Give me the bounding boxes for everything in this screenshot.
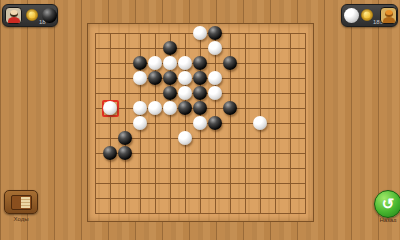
black-stone — [193, 71, 207, 85]
white-stone — [208, 86, 222, 100]
white-stone — [163, 56, 177, 70]
white-stone — [148, 56, 162, 70]
coin-icon — [361, 9, 373, 21]
black-stone — [103, 146, 117, 160]
black-stone — [133, 56, 147, 70]
avatar-body — [383, 17, 395, 24]
white-stone — [208, 71, 222, 85]
white-stone — [178, 86, 192, 100]
white-stone — [133, 116, 147, 130]
black-stone — [223, 101, 237, 115]
black-stone — [148, 71, 162, 85]
book-icon — [11, 195, 32, 210]
white-stone — [253, 116, 267, 130]
coin-icon — [26, 9, 38, 21]
undo-arrow-icon: ↺ — [382, 195, 395, 212]
player-white-avatar[interactable] — [380, 7, 397, 24]
game-board[interactable] — [95, 33, 306, 214]
black-stone-icon — [42, 8, 57, 23]
white-stone — [178, 131, 192, 145]
player-white-bar: 189 — [341, 4, 398, 27]
white-stone — [103, 101, 117, 115]
white-stone — [193, 26, 207, 40]
white-stone — [148, 101, 162, 115]
undo-button-label: Назад — [368, 217, 400, 222]
player-black-bar: 18 — [2, 4, 58, 27]
board-panel — [87, 23, 314, 222]
black-stone — [178, 101, 192, 115]
black-stone — [208, 116, 222, 130]
black-stone — [193, 56, 207, 70]
moves-button-label: Ходы — [4, 216, 38, 222]
moves-button[interactable] — [4, 190, 38, 214]
white-stone — [178, 56, 192, 70]
white-stone — [133, 71, 147, 85]
white-stone — [133, 101, 147, 115]
white-stone — [193, 116, 207, 130]
black-stone — [163, 41, 177, 55]
black-stone — [163, 71, 177, 85]
avatar-head — [10, 10, 18, 17]
player-black-avatar[interactable] — [5, 7, 22, 24]
black-stone — [223, 56, 237, 70]
black-stone — [118, 131, 132, 145]
white-stone-icon — [344, 8, 359, 23]
white-stone — [163, 101, 177, 115]
white-stone — [208, 41, 222, 55]
black-stone — [193, 86, 207, 100]
undo-button[interactable]: ↺ — [374, 190, 400, 218]
black-stone — [118, 146, 132, 160]
black-stone — [193, 101, 207, 115]
black-stone — [208, 26, 222, 40]
black-stone — [163, 86, 177, 100]
gomoku-app: { "game": "gomoku", "board": { "cols": 1… — [0, 0, 400, 222]
white-stone — [178, 71, 192, 85]
avatar-head — [385, 10, 393, 17]
avatar-body — [8, 17, 20, 24]
